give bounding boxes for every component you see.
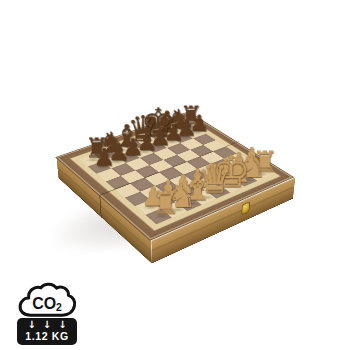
brass-latch-icon <box>241 201 250 216</box>
piece-white-rook: ♜ <box>252 148 269 176</box>
down-arrows: ↓↓↓ <box>17 320 77 329</box>
product-photo: ♜♞♝♛♚♝♞♜♟♟♟♟♟♟♟♟♟♟♟♟♟♟♟♟♜♞♝♛♚♝♞♜ CO2 ↓↓↓… <box>0 0 350 350</box>
square-h1: ♜ <box>246 168 271 181</box>
co2-subscript: 2 <box>56 302 62 313</box>
down-arrow-icon: ↓ <box>58 320 66 329</box>
piece-black-pawn: ♟ <box>189 112 205 135</box>
co2-weight-label: 1.12 KG <box>17 330 77 342</box>
co2-label: CO <box>32 295 56 312</box>
square-c1: ♝ <box>176 196 202 211</box>
down-arrow-icon: ↓ <box>27 320 35 329</box>
co2-weight-box: ↓↓↓ 1.12 KG <box>17 318 77 345</box>
piece-black-rook: ♜ <box>180 103 196 128</box>
co2-footprint-badge: CO2 ↓↓↓ 1.12 KG <box>15 282 79 345</box>
piece-black-bishop: ♝ <box>154 108 170 137</box>
piece-white-pawn: ♟ <box>214 155 232 180</box>
piece-white-pawn: ♟ <box>241 144 258 168</box>
co2-cloud-icon: CO2 <box>16 282 78 322</box>
down-arrow-icon: ↓ <box>43 320 51 329</box>
board-hinge-seam-edge <box>99 196 101 219</box>
square-h8: ♜ <box>174 122 196 132</box>
